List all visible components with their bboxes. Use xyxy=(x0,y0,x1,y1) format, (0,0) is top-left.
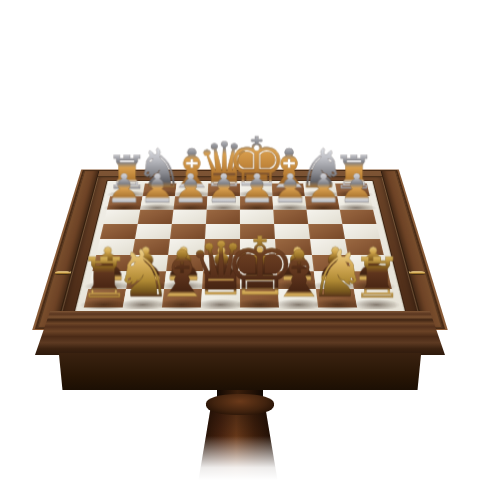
piece-black-pawn-e7: ♟ xyxy=(239,169,275,209)
square-g6 xyxy=(307,210,343,224)
square-f7: ♟ xyxy=(272,196,306,210)
piece-black-pawn-c7: ♟ xyxy=(172,169,208,209)
square-e7: ♟ xyxy=(240,196,273,210)
pedestal-fade xyxy=(170,436,310,480)
board-frame: ♜♞♝♛♚♝♞♜♟♟♟♟♟♟♟♟♟♟♟♟♟♟♟♟♜♞♝♛♚♝♞♜ xyxy=(60,177,421,318)
square-h6 xyxy=(340,210,377,224)
square-h7: ♟ xyxy=(337,196,373,210)
square-c6 xyxy=(172,210,207,224)
table-apron xyxy=(57,353,423,390)
brass-pull-left-icon xyxy=(55,271,71,274)
piece-black-pawn-d7: ♟ xyxy=(206,169,242,209)
square-b7: ♟ xyxy=(140,196,175,210)
table-edge-molding xyxy=(35,311,445,355)
square-c7: ♟ xyxy=(173,196,207,210)
piece-black-pawn-h7: ♟ xyxy=(338,169,374,209)
board-border: ♜♞♝♛♚♝♞♜♟♟♟♟♟♟♟♟♟♟♟♟♟♟♟♟♜♞♝♛♚♝♞♜ xyxy=(75,181,405,311)
square-g1: ♞ xyxy=(316,289,357,308)
piece-white-rook-h1: ♜ xyxy=(352,251,402,307)
square-b6 xyxy=(138,210,174,224)
pedestal-collar xyxy=(206,394,274,415)
square-a7: ♟ xyxy=(107,196,143,210)
piece-black-pawn-g7: ♟ xyxy=(305,169,341,209)
square-h1: ♜ xyxy=(354,289,396,308)
square-d7: ♟ xyxy=(207,196,240,210)
piece-black-pawn-f7: ♟ xyxy=(272,169,308,209)
piece-black-pawn-b7: ♟ xyxy=(139,169,175,209)
brass-pull-right-icon xyxy=(410,271,426,274)
square-g7: ♟ xyxy=(305,196,340,210)
chess-board: ♜♞♝♛♚♝♞♜♟♟♟♟♟♟♟♟♟♟♟♟♟♟♟♟♜♞♝♛♚♝♞♜ xyxy=(84,183,396,307)
piece-black-pawn-a7: ♟ xyxy=(106,169,142,209)
chess-table-photo: ♜♞♝♛♚♝♞♜♟♟♟♟♟♟♟♟♟♟♟♟♟♟♟♟♜♞♝♛♚♝♞♜ xyxy=(0,0,480,480)
square-a6 xyxy=(104,210,141,224)
table-top: ♜♞♝♛♚♝♞♜♟♟♟♟♟♟♟♟♟♟♟♟♟♟♟♟♜♞♝♛♚♝♞♜ xyxy=(32,169,448,330)
